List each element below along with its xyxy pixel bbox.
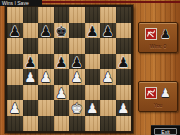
- square-e8[interactable]: [69, 7, 85, 23]
- square-e3[interactable]: [69, 85, 85, 101]
- square-a4[interactable]: [7, 69, 23, 85]
- black-king[interactable]: ♚: [54, 23, 70, 39]
- square-f3[interactable]: [85, 85, 101, 101]
- black-pawn[interactable]: ♟: [100, 23, 116, 39]
- black-pawn[interactable]: ♟: [116, 54, 132, 70]
- square-c8[interactable]: [38, 7, 54, 23]
- square-a3[interactable]: [7, 85, 23, 101]
- square-f4[interactable]: [85, 69, 101, 85]
- square-e4[interactable]: ♟: [69, 69, 85, 85]
- square-f5[interactable]: [85, 54, 101, 70]
- square-g5[interactable]: [100, 54, 116, 70]
- square-h2[interactable]: ♟: [116, 100, 132, 116]
- square-h5[interactable]: ♟: [116, 54, 132, 70]
- square-f2[interactable]: ♟: [85, 100, 101, 116]
- square-g1[interactable]: [100, 116, 116, 132]
- square-b7[interactable]: [23, 23, 39, 39]
- square-b6[interactable]: [23, 38, 39, 54]
- square-b3[interactable]: [23, 85, 39, 101]
- square-c6[interactable]: [38, 38, 54, 54]
- player-label-black: Wins: 0: [139, 43, 177, 49]
- window-title-fragment: Wins I Save: [0, 0, 42, 6]
- square-g6[interactable]: [100, 38, 116, 54]
- black-pawn[interactable]: ♟: [69, 54, 85, 70]
- white-pawn[interactable]: ♟: [23, 69, 39, 85]
- square-f8[interactable]: [85, 7, 101, 23]
- exit-bar: Exit: [151, 125, 180, 135]
- black-pawn[interactable]: ♟: [38, 23, 54, 39]
- square-f6[interactable]: [85, 38, 101, 54]
- square-h6[interactable]: [116, 38, 132, 54]
- square-d4[interactable]: [54, 69, 70, 85]
- player-panel-black: ♟ Wins: 0: [138, 22, 178, 53]
- player-label-white: You: [139, 102, 177, 108]
- white-pawn[interactable]: ♟: [116, 100, 132, 116]
- square-d8[interactable]: [54, 7, 70, 23]
- chess-board: ♟♟♚♟♟♟♟♟♟♟♟♟♟♟♟♚♟♟: [5, 5, 133, 133]
- black-pawn[interactable]: ♟: [54, 54, 70, 70]
- square-d5[interactable]: ♟: [54, 54, 70, 70]
- square-h3[interactable]: [116, 85, 132, 101]
- square-d7[interactable]: ♚: [54, 23, 70, 39]
- black-pawn[interactable]: ♟: [23, 54, 39, 70]
- square-h4[interactable]: [116, 69, 132, 85]
- exit-button[interactable]: Exit: [154, 128, 177, 135]
- square-h1[interactable]: [116, 116, 132, 132]
- square-b2[interactable]: [23, 100, 39, 116]
- square-e7[interactable]: [69, 23, 85, 39]
- square-g3[interactable]: [100, 85, 116, 101]
- white-pawn[interactable]: ♟: [7, 100, 23, 116]
- square-f7[interactable]: ♟: [85, 23, 101, 39]
- square-c5[interactable]: [38, 54, 54, 70]
- square-h7[interactable]: [116, 23, 132, 39]
- square-a5[interactable]: [7, 54, 23, 70]
- square-c7[interactable]: ♟: [38, 23, 54, 39]
- white-pawn-icon: ♟: [160, 86, 171, 100]
- white-pawn[interactable]: ♟: [100, 69, 116, 85]
- black-pawn-icon: ♟: [160, 27, 171, 41]
- square-d3[interactable]: ♟: [54, 85, 70, 101]
- square-c4[interactable]: ♟: [38, 69, 54, 85]
- game-stage: Wins I Save ♟♟♚♟♟♟♟♟♟♟♟♟♟♟♟♚♟♟ ♟ Wins: 0…: [0, 0, 180, 135]
- player-panel-white: ♟ You: [138, 81, 178, 112]
- square-g8[interactable]: [100, 7, 116, 23]
- white-king[interactable]: ♚: [69, 100, 85, 116]
- square-g4[interactable]: ♟: [100, 69, 116, 85]
- black-pawn[interactable]: ♟: [85, 23, 101, 39]
- square-b8[interactable]: [23, 7, 39, 23]
- white-pawn[interactable]: ♟: [54, 85, 70, 101]
- square-b1[interactable]: [23, 116, 39, 132]
- square-e5[interactable]: ♟: [69, 54, 85, 70]
- square-f1[interactable]: [85, 116, 101, 132]
- square-a1[interactable]: [7, 116, 23, 132]
- square-c3[interactable]: [38, 85, 54, 101]
- white-pawn[interactable]: ♟: [38, 69, 54, 85]
- square-e1[interactable]: [69, 116, 85, 132]
- square-d1[interactable]: [54, 116, 70, 132]
- square-a7[interactable]: ♟: [7, 23, 23, 39]
- square-c1[interactable]: [38, 116, 54, 132]
- square-c2[interactable]: [38, 100, 54, 116]
- white-pawn[interactable]: ♟: [69, 69, 85, 85]
- square-h8[interactable]: [116, 7, 132, 23]
- square-a8[interactable]: [7, 7, 23, 23]
- square-d6[interactable]: [54, 38, 70, 54]
- white-pawn[interactable]: ♟: [85, 100, 101, 116]
- square-b5[interactable]: ♟: [23, 54, 39, 70]
- square-e2[interactable]: ♚: [69, 100, 85, 116]
- red-logo-icon: [145, 87, 157, 99]
- red-logo-icon: [145, 28, 157, 40]
- square-g7[interactable]: ♟: [100, 23, 116, 39]
- square-d2[interactable]: [54, 100, 70, 116]
- black-pawn[interactable]: ♟: [7, 23, 23, 39]
- square-a6[interactable]: [7, 38, 23, 54]
- square-a2[interactable]: ♟: [7, 100, 23, 116]
- square-g2[interactable]: [100, 100, 116, 116]
- square-b4[interactable]: ♟: [23, 69, 39, 85]
- square-e6[interactable]: [69, 38, 85, 54]
